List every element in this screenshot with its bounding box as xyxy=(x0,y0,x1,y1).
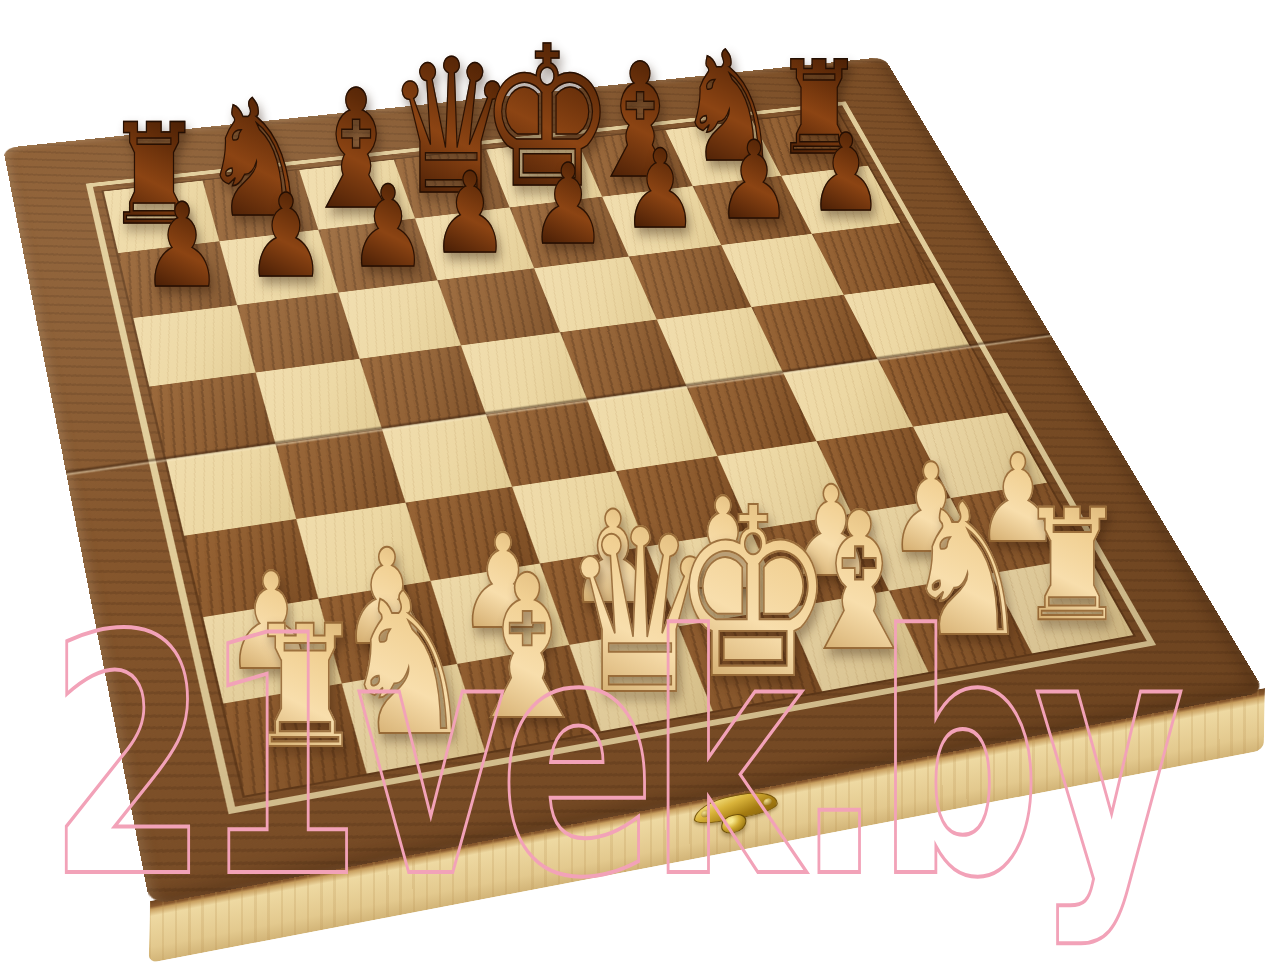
square-a1 xyxy=(223,683,366,795)
square-b8 xyxy=(203,170,319,241)
product-photo-chess-set: ♜♞♝♛♚♝♞♜♟♟♟♟♟♟♟♟♟♟♟♟♟♟♟♟♜♞♝♛♚♝♞♜ 21vek.b… xyxy=(0,0,1268,970)
squares-grid xyxy=(104,111,1133,795)
